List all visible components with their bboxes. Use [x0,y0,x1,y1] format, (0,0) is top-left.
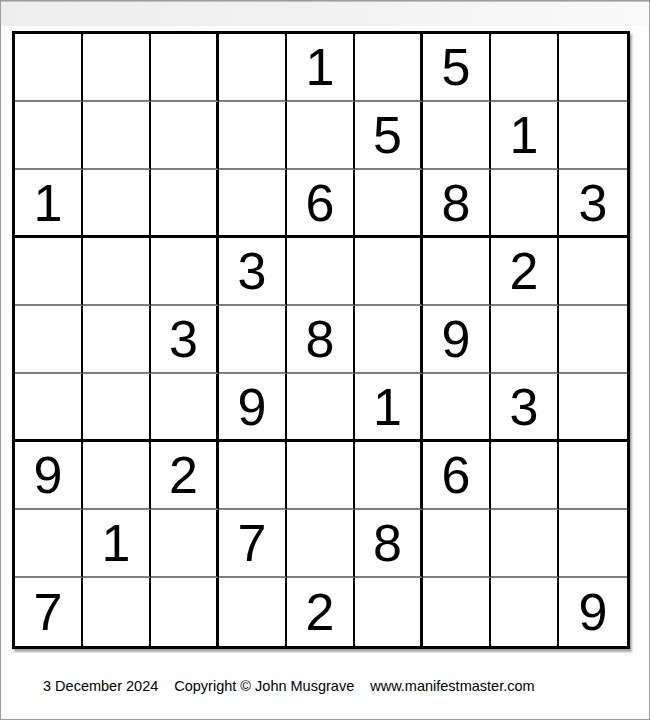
cell-r2c5[interactable] [287,102,355,170]
cell-r6c4: 9 [219,374,287,442]
header-band [1,1,649,26]
cell-r7c6[interactable] [355,442,423,510]
cell-r5c2[interactable] [83,306,151,374]
cell-r3c4[interactable] [219,170,287,238]
cell-r9c4[interactable] [219,578,287,646]
cell-r2c3[interactable] [151,102,219,170]
cell-r7c2[interactable] [83,442,151,510]
cell-r2c1[interactable] [15,102,83,170]
cell-r2c9[interactable] [559,102,627,170]
cell-r1c8[interactable] [491,34,559,102]
cell-r3c9: 3 [559,170,627,238]
cell-r4c6[interactable] [355,238,423,306]
cell-r4c1[interactable] [15,238,83,306]
cell-r9c8[interactable] [491,578,559,646]
cell-r6c5[interactable] [287,374,355,442]
cell-r8c8[interactable] [491,510,559,578]
cell-r1c1[interactable] [15,34,83,102]
cell-r4c3[interactable] [151,238,219,306]
cell-r1c5: 1 [287,34,355,102]
cell-r5c7: 9 [423,306,491,374]
cell-r6c3[interactable] [151,374,219,442]
cell-r4c4: 3 [219,238,287,306]
cell-r2c4[interactable] [219,102,287,170]
cell-r5c8[interactable] [491,306,559,374]
cell-r7c8[interactable] [491,442,559,510]
footer: 3 December 2024Copyright © John Musgrave… [43,678,535,694]
cell-r7c3: 2 [151,442,219,510]
cell-r7c1: 9 [15,442,83,510]
cell-r6c9[interactable] [559,374,627,442]
cell-r7c9[interactable] [559,442,627,510]
cell-r8c3[interactable] [151,510,219,578]
cell-r4c9[interactable] [559,238,627,306]
cell-r8c9[interactable] [559,510,627,578]
cell-r3c2[interactable] [83,170,151,238]
cell-r1c3[interactable] [151,34,219,102]
cell-r9c1: 7 [15,578,83,646]
footer-website: www.manifestmaster.com [370,678,534,694]
cell-r3c7: 8 [423,170,491,238]
cell-r6c7[interactable] [423,374,491,442]
cell-r8c1[interactable] [15,510,83,578]
cell-r7c4[interactable] [219,442,287,510]
cell-r9c3[interactable] [151,578,219,646]
cell-r1c7: 5 [423,34,491,102]
cell-r9c5: 2 [287,578,355,646]
cell-r5c5: 8 [287,306,355,374]
cell-r4c8: 2 [491,238,559,306]
cell-r4c2[interactable] [83,238,151,306]
footer-date: 3 December 2024 [43,678,158,694]
cell-r8c7[interactable] [423,510,491,578]
cell-r8c6: 8 [355,510,423,578]
cell-r3c6[interactable] [355,170,423,238]
cell-r3c1: 1 [15,170,83,238]
cell-r9c6[interactable] [355,578,423,646]
cell-r2c7[interactable] [423,102,491,170]
cell-r7c5[interactable] [287,442,355,510]
cell-r5c4[interactable] [219,306,287,374]
cell-r6c1[interactable] [15,374,83,442]
cell-r1c2[interactable] [83,34,151,102]
cell-r8c2: 1 [83,510,151,578]
cell-r2c6: 5 [355,102,423,170]
sudoku-board: 1551168332389913926178729 [12,31,630,649]
cell-r2c8: 1 [491,102,559,170]
cell-r9c7[interactable] [423,578,491,646]
cell-r6c6: 1 [355,374,423,442]
cell-r6c2[interactable] [83,374,151,442]
cell-r3c8[interactable] [491,170,559,238]
puzzle-page: 1551168332389913926178729 3 December 202… [0,0,650,720]
cell-r6c8: 3 [491,374,559,442]
cell-r9c9: 9 [559,578,627,646]
cell-r5c3: 3 [151,306,219,374]
cell-r4c5[interactable] [287,238,355,306]
cell-r2c2[interactable] [83,102,151,170]
cell-r1c6[interactable] [355,34,423,102]
cell-r3c3[interactable] [151,170,219,238]
footer-copyright: Copyright © John Musgrave [174,678,354,694]
cell-r5c9[interactable] [559,306,627,374]
cell-r7c7: 6 [423,442,491,510]
cell-r8c4: 7 [219,510,287,578]
cell-r5c6[interactable] [355,306,423,374]
cell-r5c1[interactable] [15,306,83,374]
cell-r1c4[interactable] [219,34,287,102]
cell-r3c5: 6 [287,170,355,238]
cell-r9c2[interactable] [83,578,151,646]
cell-r8c5[interactable] [287,510,355,578]
cell-r1c9[interactable] [559,34,627,102]
cell-r4c7[interactable] [423,238,491,306]
